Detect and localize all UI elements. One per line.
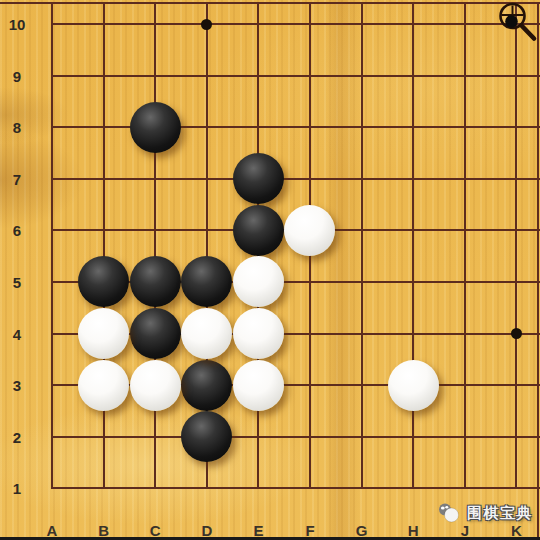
watermark-text: 围棋宝典 — [467, 504, 533, 523]
stone-white-c3 — [130, 360, 181, 411]
stone-black-d5 — [181, 256, 232, 307]
col-label-C: C — [150, 522, 161, 539]
app-logo-icon — [437, 501, 463, 525]
col-label-F: F — [305, 522, 314, 539]
zoom-magnifier-icon[interactable] — [492, 0, 540, 44]
stone-black-c8 — [130, 102, 181, 153]
stone-black-e6 — [233, 205, 284, 256]
stone-black-e7 — [233, 153, 284, 204]
star-point-k4 — [511, 328, 522, 339]
stone-white-b3 — [78, 360, 129, 411]
col-label-D: D — [201, 522, 212, 539]
stone-white-b4 — [78, 308, 129, 359]
go-app-screen: 10987654321ABCDEFGHJK 围棋宝典 — [0, 0, 540, 540]
col-label-E: E — [253, 522, 263, 539]
stone-black-c5 — [130, 256, 181, 307]
stone-black-d2 — [181, 411, 232, 462]
stone-black-d3 — [181, 360, 232, 411]
app-watermark: 围棋宝典 — [437, 500, 533, 526]
col-label-A: A — [47, 522, 58, 539]
star-point-d10 — [201, 19, 212, 30]
go-board[interactable]: 10987654321ABCDEFGHJK — [0, 0, 540, 540]
stone-white-e3 — [233, 360, 284, 411]
stone-white-e4 — [233, 308, 284, 359]
col-label-B: B — [98, 522, 109, 539]
stone-white-e5 — [233, 256, 284, 307]
stone-white-h3 — [388, 360, 439, 411]
board-intersections — [26, 0, 540, 514]
stone-black-b5 — [78, 256, 129, 307]
stone-black-c4 — [130, 308, 181, 359]
stone-white-f6 — [284, 205, 335, 256]
board-top-edge-line — [0, 2, 540, 4]
board-right-edge-line — [537, 2, 539, 538]
stone-white-d4 — [181, 308, 232, 359]
col-label-H: H — [408, 522, 419, 539]
col-label-G: G — [356, 522, 368, 539]
